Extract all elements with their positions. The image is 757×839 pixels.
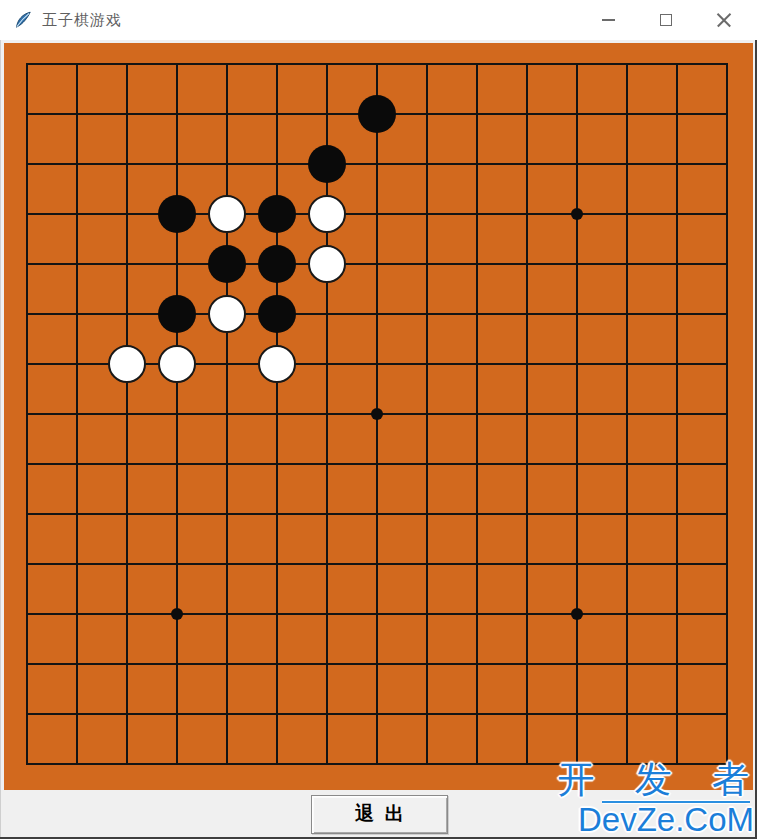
maximize-button[interactable] — [637, 0, 695, 40]
board-cell-13-4[interactable] — [652, 239, 702, 289]
board-cell-2-2[interactable] — [102, 139, 152, 189]
exit-button[interactable]: 退出 — [311, 795, 448, 834]
board-cell-13-11[interactable] — [652, 589, 702, 639]
board-cell-5-3[interactable] — [252, 189, 302, 239]
board-cell-8-12[interactable] — [402, 639, 452, 689]
board-cell-7-3[interactable] — [352, 189, 402, 239]
board-cell-11-3[interactable] — [552, 189, 602, 239]
gomoku-app-window: 五子棋游戏 退出 开 发 者 DevZe.CoM — [0, 0, 757, 839]
board-cell-14-1[interactable] — [702, 89, 752, 139]
board-cell-1-10[interactable] — [52, 539, 102, 589]
board-cell-13-6[interactable] — [652, 339, 702, 389]
white-stone — [308, 195, 346, 233]
board-cell-3-10[interactable] — [152, 539, 202, 589]
board-cell-7-14[interactable] — [352, 739, 402, 789]
board-cell-6-8[interactable] — [302, 439, 352, 489]
board-cell-0-1[interactable] — [4, 89, 52, 139]
board-cell-3-7[interactable] — [152, 389, 202, 439]
star-point — [171, 608, 183, 620]
board-cell-13-0[interactable] — [652, 43, 702, 89]
board-cell-8-7[interactable] — [402, 389, 452, 439]
board-cell-7-1[interactable] — [352, 89, 402, 139]
board-cell-8-8[interactable] — [402, 439, 452, 489]
board-cell-1-0[interactable] — [52, 43, 102, 89]
board-grid — [4, 43, 752, 789]
board-cell-2-5[interactable] — [102, 289, 152, 339]
board-cell-10-6[interactable] — [502, 339, 552, 389]
board-cell-12-4[interactable] — [602, 239, 652, 289]
board-cell-14-11[interactable] — [702, 589, 752, 639]
maximize-icon — [660, 14, 672, 26]
board-cell-1-12[interactable] — [52, 639, 102, 689]
white-stone — [308, 245, 346, 283]
watermark-line2: DevZe.CoM — [578, 803, 754, 838]
board-cell-7-0[interactable] — [352, 43, 402, 89]
white-stone — [158, 345, 196, 383]
board-cell-13-5[interactable] — [652, 289, 702, 339]
board-cell-7-12[interactable] — [352, 639, 402, 689]
board-cell-3-13[interactable] — [152, 689, 202, 739]
watermark-line1: 开 发 者 — [557, 761, 757, 798]
black-stone — [258, 195, 296, 233]
black-stone — [258, 245, 296, 283]
board-cell-8-9[interactable] — [402, 489, 452, 539]
board-cell-13-1[interactable] — [652, 89, 702, 139]
board-cell-10-0[interactable] — [502, 43, 552, 89]
board-cell-12-10[interactable] — [602, 539, 652, 589]
board-cell-10-12[interactable] — [502, 639, 552, 689]
board-cell-2-13[interactable] — [102, 689, 152, 739]
board-cell-7-8[interactable] — [352, 439, 402, 489]
board-cell-4-8[interactable] — [202, 439, 252, 489]
board-cell-6-7[interactable] — [302, 389, 352, 439]
board-cell-13-7[interactable] — [652, 389, 702, 439]
board-cell-4-4[interactable] — [202, 239, 252, 289]
board-cell-6-5[interactable] — [302, 289, 352, 339]
board-cell-13-8[interactable] — [652, 439, 702, 489]
board-cell-14-5[interactable] — [702, 289, 752, 339]
board-cell-2-11[interactable] — [102, 589, 152, 639]
board-cell-12-3[interactable] — [602, 189, 652, 239]
board-cell-10-9[interactable] — [502, 489, 552, 539]
board-cell-14-2[interactable] — [702, 139, 752, 189]
board-cell-3-8[interactable] — [152, 439, 202, 489]
board-cell-12-13[interactable] — [602, 689, 652, 739]
titlebar[interactable]: 五子棋游戏 — [0, 0, 757, 40]
board-cell-1-2[interactable] — [52, 139, 102, 189]
board-cell-8-11[interactable] — [402, 589, 452, 639]
board-cell-11-5[interactable] — [552, 289, 602, 339]
board-cell-11-9[interactable] — [552, 489, 602, 539]
board-cell-1-5[interactable] — [52, 289, 102, 339]
star-point — [571, 208, 583, 220]
board-cell-9-5[interactable] — [452, 289, 502, 339]
white-stone — [108, 345, 146, 383]
board-cell-12-12[interactable] — [602, 639, 652, 689]
white-stone — [208, 195, 246, 233]
board-cell-11-0[interactable] — [552, 43, 602, 89]
board-cell-14-8[interactable] — [702, 439, 752, 489]
board-cell-8-4[interactable] — [402, 239, 452, 289]
board-cell-4-10[interactable] — [202, 539, 252, 589]
tk-feather-icon — [13, 10, 33, 30]
board-cell-4-14[interactable] — [202, 739, 252, 789]
board-cell-2-7[interactable] — [102, 389, 152, 439]
black-stone — [258, 295, 296, 333]
board-cell-1-11[interactable] — [52, 589, 102, 639]
board-cell-6-12[interactable] — [302, 639, 352, 689]
board-cell-9-10[interactable] — [452, 539, 502, 589]
board-cell-4-6[interactable] — [202, 339, 252, 389]
board-cell-9-11[interactable] — [452, 589, 502, 639]
window-controls — [579, 0, 753, 40]
board-cell-3-6[interactable] — [152, 339, 202, 389]
board-cell-3-0[interactable] — [152, 43, 202, 89]
board-cell-6-3[interactable] — [302, 189, 352, 239]
board-cell-0-0[interactable] — [4, 43, 52, 89]
board-cell-3-1[interactable] — [152, 89, 202, 139]
board-cell-3-4[interactable] — [152, 239, 202, 289]
board-cell-5-11[interactable] — [252, 589, 302, 639]
board-cell-3-12[interactable] — [152, 639, 202, 689]
board-cell-1-4[interactable] — [52, 239, 102, 289]
board-cell-2-0[interactable] — [102, 43, 152, 89]
board-cell-6-4[interactable] — [302, 239, 352, 289]
board-cell-5-7[interactable] — [252, 389, 302, 439]
board-cell-11-11[interactable] — [552, 589, 602, 639]
board-cell-10-14[interactable] — [502, 739, 552, 789]
board-cell-9-7[interactable] — [452, 389, 502, 439]
board-cell-7-9[interactable] — [352, 489, 402, 539]
minimize-icon — [602, 19, 615, 21]
board-cell-11-2[interactable] — [552, 139, 602, 189]
board-cell-8-5[interactable] — [402, 289, 452, 339]
board-cell-10-3[interactable] — [502, 189, 552, 239]
board-cell-9-4[interactable] — [452, 239, 502, 289]
board-cell-6-14[interactable] — [302, 739, 352, 789]
board-cell-11-12[interactable] — [552, 639, 602, 689]
board-cell-3-2[interactable] — [152, 139, 202, 189]
board-cell-10-4[interactable] — [502, 239, 552, 289]
board-cell-9-3[interactable] — [452, 189, 502, 239]
board-cell-12-9[interactable] — [602, 489, 652, 539]
board-cell-7-2[interactable] — [352, 139, 402, 189]
board-cell-5-12[interactable] — [252, 639, 302, 689]
board-cell-12-11[interactable] — [602, 589, 652, 639]
board-cell-4-2[interactable] — [202, 139, 252, 189]
board-cell-13-3[interactable] — [652, 189, 702, 239]
board-cell-14-3[interactable] — [702, 189, 752, 239]
board-cell-5-0[interactable] — [252, 43, 302, 89]
board-cell-12-5[interactable] — [602, 289, 652, 339]
board-cell-3-11[interactable] — [152, 589, 202, 639]
board-cell-9-1[interactable] — [452, 89, 502, 139]
board-cell-9-12[interactable] — [452, 639, 502, 689]
watermark: 开 发 者 DevZe.CoM — [557, 761, 754, 838]
board-cell-8-13[interactable] — [402, 689, 452, 739]
board-cell-6-1[interactable] — [302, 89, 352, 139]
board-cell-7-10[interactable] — [352, 539, 402, 589]
board-cell-2-14[interactable] — [102, 739, 152, 789]
board-cell-14-13[interactable] — [702, 689, 752, 739]
board-cell-0-9[interactable] — [4, 489, 52, 539]
board-cell-14-4[interactable] — [702, 239, 752, 289]
board-cell-5-2[interactable] — [252, 139, 302, 189]
board-cell-10-7[interactable] — [502, 389, 552, 439]
black-stone — [158, 195, 196, 233]
board-cell-1-1[interactable] — [52, 89, 102, 139]
board-cell-0-7[interactable] — [4, 389, 52, 439]
board-cell-8-6[interactable] — [402, 339, 452, 389]
board-cell-0-3[interactable] — [4, 189, 52, 239]
board-cell-13-10[interactable] — [652, 539, 702, 589]
board-cell-2-9[interactable] — [102, 489, 152, 539]
board-cell-14-7[interactable] — [702, 389, 752, 439]
board-cell-12-1[interactable] — [602, 89, 652, 139]
board-cell-14-12[interactable] — [702, 639, 752, 689]
board-cell-2-4[interactable] — [102, 239, 152, 289]
board-cell-0-5[interactable] — [4, 289, 52, 339]
white-stone — [258, 345, 296, 383]
board-cell-1-14[interactable] — [52, 739, 102, 789]
board-cell-11-10[interactable] — [552, 539, 602, 589]
board-cell-2-1[interactable] — [102, 89, 152, 139]
board-cell-12-8[interactable] — [602, 439, 652, 489]
board-cell-14-0[interactable] — [702, 43, 752, 89]
board-cell-0-8[interactable] — [4, 439, 52, 489]
star-point — [371, 408, 383, 420]
board-cell-5-4[interactable] — [252, 239, 302, 289]
board-cell-8-14[interactable] — [402, 739, 452, 789]
board-cell-5-8[interactable] — [252, 439, 302, 489]
star-point — [571, 608, 583, 620]
board-cell-4-7[interactable] — [202, 389, 252, 439]
board-cell-11-7[interactable] — [552, 389, 602, 439]
board-cell-13-13[interactable] — [652, 689, 702, 739]
board-cell-3-14[interactable] — [152, 739, 202, 789]
board-cell-1-13[interactable] — [52, 689, 102, 739]
board-cell-2-8[interactable] — [102, 439, 152, 489]
board-cell-11-4[interactable] — [552, 239, 602, 289]
board-cell-2-3[interactable] — [102, 189, 152, 239]
black-stone — [308, 145, 346, 183]
board-cell-1-6[interactable] — [52, 339, 102, 389]
board-cell-4-1[interactable] — [202, 89, 252, 139]
board-cell-14-6[interactable] — [702, 339, 752, 389]
board-cell-9-2[interactable] — [452, 139, 502, 189]
board-cell-5-6[interactable] — [252, 339, 302, 389]
board-cell-0-6[interactable] — [4, 339, 52, 389]
board-cell-14-9[interactable] — [702, 489, 752, 539]
board-cell-4-13[interactable] — [202, 689, 252, 739]
board-cell-0-12[interactable] — [4, 639, 52, 689]
board-cell-1-7[interactable] — [52, 389, 102, 439]
board-cell-10-1[interactable] — [502, 89, 552, 139]
board-cell-4-0[interactable] — [202, 43, 252, 89]
close-button[interactable] — [695, 0, 753, 40]
board-cell-2-12[interactable] — [102, 639, 152, 689]
board-cell-12-0[interactable] — [602, 43, 652, 89]
board-cell-8-10[interactable] — [402, 539, 452, 589]
board-cell-11-13[interactable] — [552, 689, 602, 739]
board-cell-0-2[interactable] — [4, 139, 52, 189]
board-cell-8-2[interactable] — [402, 139, 452, 189]
board-cell-10-11[interactable] — [502, 589, 552, 639]
board-cell-9-0[interactable] — [452, 43, 502, 89]
board-cell-5-10[interactable] — [252, 539, 302, 589]
board-cell-11-8[interactable] — [552, 439, 602, 489]
board-cell-0-4[interactable] — [4, 239, 52, 289]
board-cell-4-11[interactable] — [202, 589, 252, 639]
board-cell-0-13[interactable] — [4, 689, 52, 739]
black-stone — [358, 95, 396, 133]
board-cell-8-1[interactable] — [402, 89, 452, 139]
board-cell-8-0[interactable] — [402, 43, 452, 89]
board-cell-7-5[interactable] — [352, 289, 402, 339]
board-cell-3-5[interactable] — [152, 289, 202, 339]
minimize-button[interactable] — [579, 0, 637, 40]
board-cell-6-2[interactable] — [302, 139, 352, 189]
board-cell-7-13[interactable] — [352, 689, 402, 739]
board-cell-6-6[interactable] — [302, 339, 352, 389]
gomoku-board-canvas[interactable] — [4, 43, 753, 790]
board-cell-13-12[interactable] — [652, 639, 702, 689]
board-cell-9-6[interactable] — [452, 339, 502, 389]
board-cell-6-10[interactable] — [302, 539, 352, 589]
board-cell-9-9[interactable] — [452, 489, 502, 539]
board-cell-12-6[interactable] — [602, 339, 652, 389]
board-cell-5-13[interactable] — [252, 689, 302, 739]
window-title: 五子棋游戏 — [42, 11, 122, 30]
board-cell-3-3[interactable] — [152, 189, 202, 239]
board-cell-12-7[interactable] — [602, 389, 652, 439]
board-cell-6-0[interactable] — [302, 43, 352, 89]
board-cell-1-8[interactable] — [52, 439, 102, 489]
board-cell-8-3[interactable] — [402, 189, 452, 239]
board-cell-11-1[interactable] — [552, 89, 602, 139]
board-cell-11-6[interactable] — [552, 339, 602, 389]
white-stone — [208, 295, 246, 333]
board-cell-10-13[interactable] — [502, 689, 552, 739]
board-cell-1-3[interactable] — [52, 189, 102, 239]
board-cell-7-7[interactable] — [352, 389, 402, 439]
close-icon — [716, 12, 732, 28]
board-cell-5-5[interactable] — [252, 289, 302, 339]
board-cell-13-2[interactable] — [652, 139, 702, 189]
board-cell-10-8[interactable] — [502, 439, 552, 489]
board-cell-9-14[interactable] — [452, 739, 502, 789]
board-cell-4-5[interactable] — [202, 289, 252, 339]
board-cell-13-9[interactable] — [652, 489, 702, 539]
board-cell-9-13[interactable] — [452, 689, 502, 739]
board-cell-7-11[interactable] — [352, 589, 402, 639]
board-cell-4-9[interactable] — [202, 489, 252, 539]
board-cell-10-10[interactable] — [502, 539, 552, 589]
board-cell-10-5[interactable] — [502, 289, 552, 339]
board-cell-7-6[interactable] — [352, 339, 402, 389]
board-cell-6-9[interactable] — [302, 489, 352, 539]
board-cell-2-6[interactable] — [102, 339, 152, 389]
board-cell-4-3[interactable] — [202, 189, 252, 239]
board-cell-9-8[interactable] — [452, 439, 502, 489]
board-cell-0-14[interactable] — [4, 739, 52, 789]
board-cell-6-11[interactable] — [302, 589, 352, 639]
board-cell-5-14[interactable] — [252, 739, 302, 789]
board-cell-5-1[interactable] — [252, 89, 302, 139]
black-stone — [158, 295, 196, 333]
board-cell-14-10[interactable] — [702, 539, 752, 589]
board-cell-5-9[interactable] — [252, 489, 302, 539]
board-cell-3-9[interactable] — [152, 489, 202, 539]
board-cell-7-4[interactable] — [352, 239, 402, 289]
board-cell-12-2[interactable] — [602, 139, 652, 189]
black-stone — [208, 245, 246, 283]
board-cell-6-13[interactable] — [302, 689, 352, 739]
board-cell-0-10[interactable] — [4, 539, 52, 589]
board-cell-4-12[interactable] — [202, 639, 252, 689]
board-cell-10-2[interactable] — [502, 139, 552, 189]
board-cell-0-11[interactable] — [4, 589, 52, 639]
board-cell-2-10[interactable] — [102, 539, 152, 589]
board-cell-1-9[interactable] — [52, 489, 102, 539]
